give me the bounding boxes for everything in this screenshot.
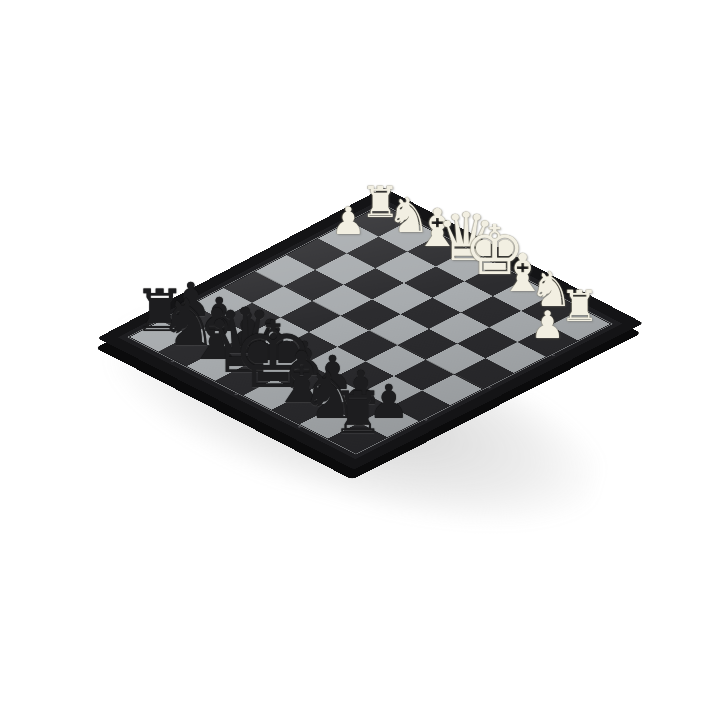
frame-screw-dot bbox=[487, 387, 491, 389]
frame-screw-dot bbox=[297, 426, 301, 428]
frame-screw-dot bbox=[234, 393, 238, 395]
frame-screw-dot bbox=[551, 354, 556, 356]
product-photo-stage: ♜♞♝♛♚♝♞♜♟♟♟♟♟♟♟♟♟♟♜♞♝♛♚♝♞♜ bbox=[0, 0, 720, 720]
frame-screw-dot bbox=[424, 419, 428, 421]
frame-screw-dot bbox=[170, 361, 174, 363]
